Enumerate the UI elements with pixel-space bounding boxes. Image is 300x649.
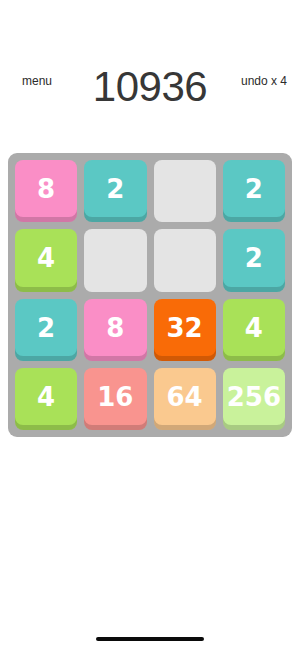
tile-8: 8: [84, 299, 146, 361]
tile-2: 2: [15, 299, 77, 361]
tile-32: 32: [154, 299, 216, 361]
tile-256: 256: [223, 368, 285, 430]
undo-arrow-icon: [0, 19, 300, 41]
home-indicator-bar[interactable]: [96, 637, 204, 641]
tile-2: 2: [223, 229, 285, 291]
game-board[interactable]: 822422832441664256: [8, 153, 292, 437]
menu-button[interactable]: [0, 0, 300, 19]
tile-16: 16: [84, 368, 146, 430]
tile-2: 2: [84, 160, 146, 222]
empty-cell: [154, 229, 216, 291]
tile-4: 4: [15, 229, 77, 291]
tile-2: 2: [223, 160, 285, 222]
menu-list-icon: [0, 0, 300, 19]
tile-64: 64: [154, 368, 216, 430]
tile-8: 8: [15, 160, 77, 222]
empty-cell: [154, 160, 216, 222]
undo-button-label: undo x 4: [233, 74, 295, 88]
empty-cell: [84, 229, 146, 291]
tile-4: 4: [15, 368, 77, 430]
undo-button[interactable]: [0, 19, 300, 41]
tile-4: 4: [223, 299, 285, 361]
